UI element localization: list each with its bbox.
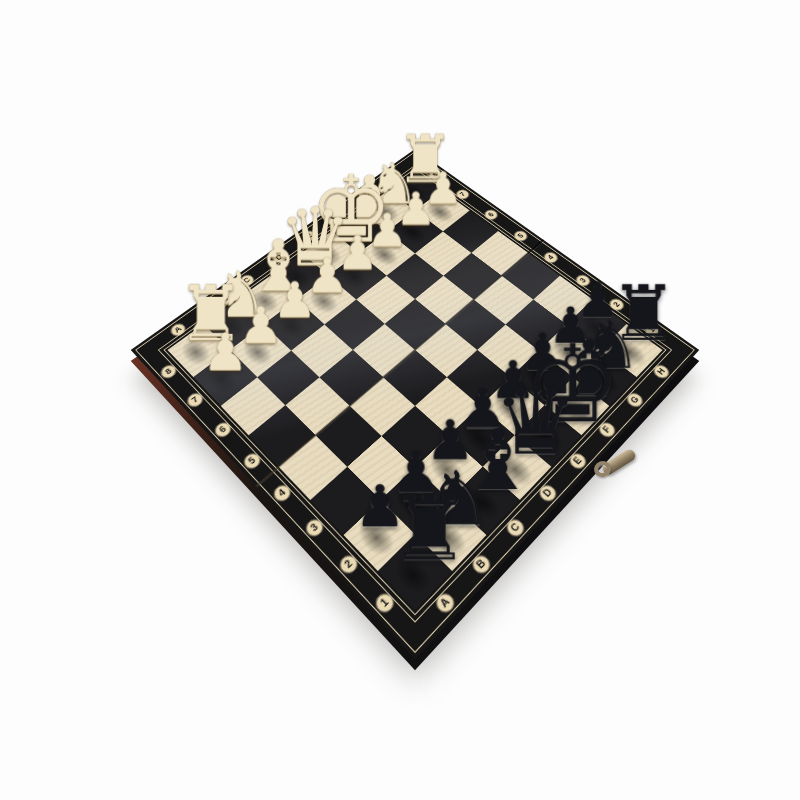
label-disc: D [535,482,559,505]
label-disc: 6 [212,419,235,440]
label-disc: 3 [303,515,327,539]
label-disc: 4 [542,250,562,265]
label-disc: 8 [158,362,180,381]
label-disc: H [650,362,672,381]
label-disc: 5 [511,228,530,243]
piece-black-rook-a1[interactable]: ♜ [389,485,441,571]
label-disc: B [468,551,493,577]
latch-clasp [590,443,652,495]
label-disc: G [623,390,645,410]
label-disc: 7 [185,390,207,410]
label-disc: 1 [372,589,398,616]
piece-white-pawn-a7[interactable]: ♟ [203,329,248,378]
label-disc: 6 [482,207,501,221]
label-disc: A [432,589,458,616]
label-disc: 5 [241,450,264,472]
chess-set-photo: 87654321H♜♟♟♜HG♞♟♟♞GF♝♟♟♝FE♚♟♟♚ED♛♟♟♛DC♝… [0,0,800,800]
board-grid: 87654321H♜♟♟♜HG♞♟♟♞GF♝♟♟♝FE♚♟♟♚ED♛♟♟♛DC♝… [131,149,700,659]
photo-background: { "game": "chess", "scene": "wooden fold… [0,0,800,800]
label-disc: 4 [271,482,295,505]
label-disc: C [503,515,527,539]
label-disc: 2 [336,551,361,577]
